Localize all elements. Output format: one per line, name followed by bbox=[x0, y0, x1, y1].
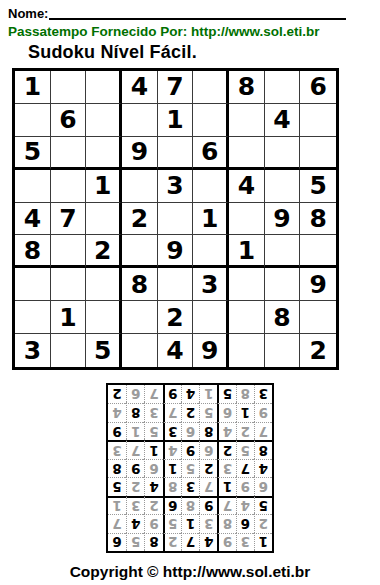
puzzle-cell-r8c2: 1 bbox=[51, 301, 87, 334]
solution-cell-r8c5: 2 bbox=[181, 403, 199, 421]
solution-cell-r9c7: 7 bbox=[144, 385, 162, 403]
puzzle-cell-r1c7: 8 bbox=[229, 71, 265, 104]
solution-cell-r6c6: 4 bbox=[163, 440, 181, 458]
puzzle-cell-r2c7 bbox=[229, 104, 265, 137]
solution-cell-r4c1: 6 bbox=[254, 477, 272, 495]
puzzle-cell-r4c1 bbox=[15, 170, 51, 203]
solution-cell-r1c4: 4 bbox=[199, 533, 217, 551]
solution-cell-r8c7: 3 bbox=[144, 403, 162, 421]
puzzle-cell-r4c4 bbox=[122, 170, 158, 203]
puzzle-cell-r1c3 bbox=[86, 71, 122, 104]
page-title: Sudoku Nível Fácil. bbox=[0, 39, 380, 65]
solution-cell-r7c8: 1 bbox=[126, 422, 144, 440]
puzzle-cell-r6c1: 8 bbox=[15, 235, 51, 268]
puzzle-cell-r6c4 bbox=[122, 235, 158, 268]
puzzle-cell-r9c1: 3 bbox=[15, 334, 51, 367]
puzzle-cell-r7c2 bbox=[51, 268, 87, 301]
name-row: Nome: bbox=[0, 0, 380, 20]
puzzle-cell-r9c4 bbox=[122, 334, 158, 367]
solution-cell-r7c6: 3 bbox=[163, 422, 181, 440]
puzzle-cell-r9c9: 2 bbox=[300, 334, 336, 367]
puzzle-cell-r2c9 bbox=[300, 104, 336, 137]
provider-line: Passatempo Fornecido Por: http://www.sol… bbox=[0, 20, 380, 39]
solution-cell-r6c3: 2 bbox=[217, 440, 235, 458]
solution-cell-r2c6: 5 bbox=[163, 514, 181, 532]
puzzle-grid: 147866145961345472198829183912835492 bbox=[12, 68, 339, 370]
puzzle-cell-r2c5: 1 bbox=[158, 104, 194, 137]
puzzle-cell-r7c8 bbox=[265, 268, 301, 301]
solution-cell-r4c4: 7 bbox=[199, 477, 217, 495]
solution-cell-r3c4: 9 bbox=[199, 496, 217, 514]
puzzle-cell-r1c8 bbox=[265, 71, 301, 104]
solution-cell-r1c2: 3 bbox=[236, 533, 254, 551]
solution-cell-r5c3: 3 bbox=[217, 459, 235, 477]
solution-cell-r1c1: 1 bbox=[254, 533, 272, 551]
name-label: Nome: bbox=[8, 7, 48, 20]
puzzle-cell-r8c1 bbox=[15, 301, 51, 334]
puzzle-cell-r5c3 bbox=[86, 203, 122, 236]
solution-cell-r4c8: 2 bbox=[126, 477, 144, 495]
puzzle-cell-r4c6 bbox=[193, 170, 229, 203]
puzzle-cell-r2c4 bbox=[122, 104, 158, 137]
solution-cell-r9c6: 9 bbox=[163, 385, 181, 403]
solution-cell-r2c4: 3 bbox=[199, 514, 217, 532]
puzzle-cell-r1c1: 1 bbox=[15, 71, 51, 104]
puzzle-cell-r2c6 bbox=[193, 104, 229, 137]
puzzle-cell-r7c3 bbox=[86, 268, 122, 301]
puzzle-cell-r6c6 bbox=[193, 235, 229, 268]
puzzle-cell-r9c7 bbox=[229, 334, 265, 367]
solution-grid: 1394728562683159475479862316917384254732… bbox=[106, 383, 274, 553]
puzzle-cell-r2c3 bbox=[86, 104, 122, 137]
puzzle-cell-r5c9: 8 bbox=[300, 203, 336, 236]
solution-cell-r3c8: 3 bbox=[126, 496, 144, 514]
puzzle-cell-r1c2 bbox=[51, 71, 87, 104]
puzzle-cell-r4c5: 3 bbox=[158, 170, 194, 203]
puzzle-cell-r8c6 bbox=[193, 301, 229, 334]
puzzle-cell-r1c4: 4 bbox=[122, 71, 158, 104]
solution-cell-r1c5: 7 bbox=[181, 533, 199, 551]
solution-cell-r9c8: 6 bbox=[126, 385, 144, 403]
solution-cell-r9c9: 2 bbox=[108, 385, 126, 403]
puzzle-cell-r5c4: 2 bbox=[122, 203, 158, 236]
solution-cell-r6c7: 1 bbox=[144, 440, 162, 458]
puzzle-cell-r4c9: 5 bbox=[300, 170, 336, 203]
solution-cell-r4c2: 9 bbox=[236, 477, 254, 495]
puzzle-cell-r8c4 bbox=[122, 301, 158, 334]
solution-cell-r8c3: 6 bbox=[217, 403, 235, 421]
solution-cell-r6c9: 3 bbox=[108, 440, 126, 458]
puzzle-cell-r4c8 bbox=[265, 170, 301, 203]
solution-cell-r3c9: 1 bbox=[108, 496, 126, 514]
puzzle-cell-r9c6: 9 bbox=[193, 334, 229, 367]
solution-cell-r3c6: 6 bbox=[163, 496, 181, 514]
solution-cell-r5c1: 4 bbox=[254, 459, 272, 477]
puzzle-cell-r1c6 bbox=[193, 71, 229, 104]
solution-cell-r7c5: 6 bbox=[181, 422, 199, 440]
puzzle-cell-r2c1 bbox=[15, 104, 51, 137]
puzzle-cell-r6c2 bbox=[51, 235, 87, 268]
solution-cell-r8c2: 1 bbox=[236, 403, 254, 421]
puzzle-cell-r3c6: 6 bbox=[193, 137, 229, 170]
solution-cell-r6c4: 6 bbox=[199, 440, 217, 458]
solution-cell-r5c5: 5 bbox=[181, 459, 199, 477]
puzzle-cell-r9c8 bbox=[265, 334, 301, 367]
solution-cell-r1c3: 9 bbox=[217, 533, 235, 551]
puzzle-cell-r9c5: 4 bbox=[158, 334, 194, 367]
solution-cell-r3c7: 2 bbox=[144, 496, 162, 514]
solution-cell-r5c4: 2 bbox=[199, 459, 217, 477]
puzzle-cell-r9c2 bbox=[51, 334, 87, 367]
solution-cell-r3c3: 7 bbox=[217, 496, 235, 514]
puzzle-cell-r3c7 bbox=[229, 137, 265, 170]
solution-cell-r5c8: 9 bbox=[126, 459, 144, 477]
solution-cell-r5c2: 7 bbox=[236, 459, 254, 477]
puzzle-cell-r7c7 bbox=[229, 268, 265, 301]
puzzle-cell-r3c8 bbox=[265, 137, 301, 170]
puzzle-cell-r2c8: 4 bbox=[265, 104, 301, 137]
puzzle-cell-r6c8 bbox=[265, 235, 301, 268]
puzzle-cell-r3c1: 5 bbox=[15, 137, 51, 170]
solution-cell-r8c6: 7 bbox=[163, 403, 181, 421]
solution-cell-r5c7: 6 bbox=[144, 459, 162, 477]
solution-cell-r7c7: 5 bbox=[144, 422, 162, 440]
puzzle-cell-r5c1: 4 bbox=[15, 203, 51, 236]
puzzle-cell-r6c7: 1 bbox=[229, 235, 265, 268]
puzzle-cell-r5c5 bbox=[158, 203, 194, 236]
solution-cell-r5c6: 1 bbox=[163, 459, 181, 477]
puzzle-cell-r8c9 bbox=[300, 301, 336, 334]
solution-cell-r7c1: 7 bbox=[254, 422, 272, 440]
solution-cell-r9c2: 8 bbox=[236, 385, 254, 403]
puzzle-cell-r7c6: 3 bbox=[193, 268, 229, 301]
puzzle-cell-r5c2: 7 bbox=[51, 203, 87, 236]
solution-cell-r2c7: 9 bbox=[144, 514, 162, 532]
puzzle-cell-r2c2: 6 bbox=[51, 104, 87, 137]
solution-cell-r3c2: 4 bbox=[236, 496, 254, 514]
solution-cell-r9c4: 1 bbox=[199, 385, 217, 403]
puzzle-cell-r6c3: 2 bbox=[86, 235, 122, 268]
puzzle-cell-r6c5: 9 bbox=[158, 235, 194, 268]
solution-cell-r7c4: 8 bbox=[199, 422, 217, 440]
solution-cell-r6c5: 9 bbox=[181, 440, 199, 458]
puzzle-cell-r3c3 bbox=[86, 137, 122, 170]
solution-cell-r2c1: 2 bbox=[254, 514, 272, 532]
puzzle-cell-r1c9: 6 bbox=[300, 71, 336, 104]
puzzle-cell-r3c9 bbox=[300, 137, 336, 170]
solution-cell-r3c1: 5 bbox=[254, 496, 272, 514]
puzzle-cell-r8c3 bbox=[86, 301, 122, 334]
solution-cell-r5c9: 8 bbox=[108, 459, 126, 477]
puzzle-cell-r7c4: 8 bbox=[122, 268, 158, 301]
puzzle-cell-r4c3: 1 bbox=[86, 170, 122, 203]
solution-cell-r7c9: 9 bbox=[108, 422, 126, 440]
solution-cell-r9c1: 3 bbox=[254, 385, 272, 403]
puzzle-cell-r5c7 bbox=[229, 203, 265, 236]
puzzle-cell-r8c5: 2 bbox=[158, 301, 194, 334]
puzzle-cell-r7c1 bbox=[15, 268, 51, 301]
puzzle-cell-r7c9: 9 bbox=[300, 268, 336, 301]
name-fill-line bbox=[49, 7, 346, 20]
puzzle-cell-r4c2 bbox=[51, 170, 87, 203]
solution-cell-r1c6: 2 bbox=[163, 533, 181, 551]
solution-cell-r8c8: 8 bbox=[126, 403, 144, 421]
puzzle-cell-r3c4: 9 bbox=[122, 137, 158, 170]
sudoku-print-page: Nome: Passatempo Fornecido Por: http://w… bbox=[0, 0, 380, 585]
solution-cell-r9c5: 4 bbox=[181, 385, 199, 403]
puzzle-cell-r5c8: 9 bbox=[265, 203, 301, 236]
solution-cell-r8c9: 4 bbox=[108, 403, 126, 421]
solution-cell-r2c2: 6 bbox=[236, 514, 254, 532]
solution-cell-r4c6: 8 bbox=[163, 477, 181, 495]
solution-cell-r3c5: 8 bbox=[181, 496, 199, 514]
solution-cell-r2c9: 7 bbox=[108, 514, 126, 532]
puzzle-cell-r7c5 bbox=[158, 268, 194, 301]
copyright-line: Copyright © http://www.sol.eti.br bbox=[0, 563, 380, 581]
puzzle-cell-r9c3: 5 bbox=[86, 334, 122, 367]
solution-cell-r6c8: 7 bbox=[126, 440, 144, 458]
solution-cell-r4c9: 5 bbox=[108, 477, 126, 495]
puzzle-cell-r8c7 bbox=[229, 301, 265, 334]
puzzle-cell-r1c5: 7 bbox=[158, 71, 194, 104]
solution-cell-r6c2: 5 bbox=[236, 440, 254, 458]
solution-cell-r1c7: 8 bbox=[144, 533, 162, 551]
puzzle-cell-r3c2 bbox=[51, 137, 87, 170]
solution-cell-r7c2: 2 bbox=[236, 422, 254, 440]
solution-cell-r2c3: 8 bbox=[217, 514, 235, 532]
solution-cell-r8c1: 9 bbox=[254, 403, 272, 421]
solution-grid-wrap: 1394728562683159475479862316917384254732… bbox=[0, 383, 380, 553]
solution-cell-r1c8: 5 bbox=[126, 533, 144, 551]
solution-cell-r4c7: 4 bbox=[144, 477, 162, 495]
puzzle-cell-r6c9 bbox=[300, 235, 336, 268]
solution-cell-r8c4: 5 bbox=[199, 403, 217, 421]
solution-cell-r6c1: 8 bbox=[254, 440, 272, 458]
solution-cell-r2c8: 4 bbox=[126, 514, 144, 532]
puzzle-cell-r3c5 bbox=[158, 137, 194, 170]
solution-cell-r4c5: 3 bbox=[181, 477, 199, 495]
solution-cell-r2c5: 1 bbox=[181, 514, 199, 532]
solution-cell-r7c3: 4 bbox=[217, 422, 235, 440]
puzzle-cell-r5c6: 1 bbox=[193, 203, 229, 236]
solution-cell-r4c3: 1 bbox=[217, 477, 235, 495]
solution-cell-r9c3: 5 bbox=[217, 385, 235, 403]
puzzle-cell-r8c8: 8 bbox=[265, 301, 301, 334]
puzzle-cell-r4c7: 4 bbox=[229, 170, 265, 203]
solution-cell-r1c9: 6 bbox=[108, 533, 126, 551]
